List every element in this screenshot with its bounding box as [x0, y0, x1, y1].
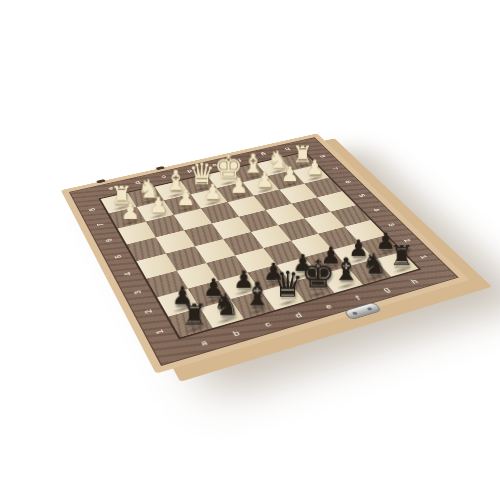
- folding-wooden-chessboard: abcdefgh abcdefgh 87654321 87654321 ♜♞♝♛…: [61, 133, 470, 373]
- hinge-icon: [155, 166, 164, 170]
- white-pawn-piece: ♟: [171, 188, 200, 209]
- coordinate-label: d: [279, 305, 318, 325]
- coordinate-label: 6: [332, 175, 364, 189]
- clasp-rivet-icon: [367, 307, 373, 311]
- product-photo-background: abcdefgh abcdefgh 87654321 87654321 ♜♞♝♛…: [0, 0, 500, 500]
- hinge-icon: [96, 179, 106, 183]
- square-c3: [206, 255, 247, 280]
- clasp-rivet-icon: [352, 311, 358, 315]
- chessboard-scene: abcdefgh abcdefgh 87654321 87654321 ♜♞♝♛…: [97, 78, 405, 386]
- board-frame: abcdefgh abcdefgh 87654321 87654321 ♜♞♝♛…: [69, 137, 459, 366]
- coordinate-label: 1: [405, 249, 441, 266]
